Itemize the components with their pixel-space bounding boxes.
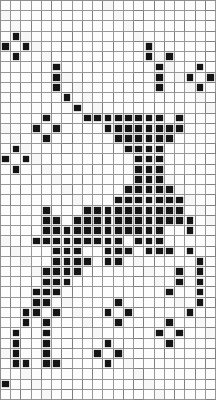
filled-stitch-cell	[103, 308, 113, 318]
filled-stitch-cell	[11, 165, 21, 175]
empty-grid-cell	[206, 175, 216, 185]
empty-grid-cell	[21, 32, 31, 42]
empty-grid-cell	[11, 114, 21, 124]
filled-stitch-cell	[196, 298, 206, 308]
empty-grid-cell	[185, 287, 195, 297]
filled-stitch-cell	[42, 359, 52, 369]
filled-stitch-cell	[42, 236, 52, 246]
empty-grid-cell	[11, 308, 21, 318]
empty-grid-cell	[21, 226, 31, 236]
empty-grid-cell	[206, 134, 216, 144]
empty-grid-cell	[83, 328, 93, 338]
empty-grid-cell	[21, 369, 31, 379]
empty-grid-cell	[93, 52, 103, 62]
empty-grid-cell	[62, 287, 72, 297]
empty-grid-cell	[62, 380, 72, 390]
empty-grid-cell	[124, 380, 134, 390]
empty-grid-cell	[83, 318, 93, 328]
empty-grid-cell	[155, 277, 165, 287]
empty-grid-cell	[11, 369, 21, 379]
empty-grid-cell	[206, 52, 216, 62]
empty-grid-cell	[32, 42, 42, 52]
empty-grid-cell	[42, 83, 52, 93]
empty-grid-cell	[62, 103, 72, 113]
empty-grid-cell	[206, 62, 216, 72]
filled-stitch-cell	[42, 114, 52, 124]
filled-stitch-cell	[114, 247, 124, 257]
empty-grid-cell	[134, 277, 144, 287]
empty-grid-cell	[21, 11, 31, 21]
empty-grid-cell	[73, 11, 83, 21]
empty-grid-cell	[103, 73, 113, 83]
empty-grid-cell	[155, 359, 165, 369]
empty-grid-cell	[62, 11, 72, 21]
empty-grid-cell	[185, 318, 195, 328]
filled-stitch-cell	[103, 124, 113, 134]
empty-grid-cell	[155, 380, 165, 390]
empty-grid-cell	[206, 390, 216, 400]
filled-stitch-cell	[62, 236, 72, 246]
empty-grid-cell	[1, 144, 11, 154]
empty-grid-cell	[52, 52, 62, 62]
empty-grid-cell	[93, 144, 103, 154]
filled-stitch-cell	[134, 124, 144, 134]
empty-grid-cell	[42, 62, 52, 72]
filled-stitch-cell	[32, 287, 42, 297]
filled-stitch-cell	[42, 318, 52, 328]
empty-grid-cell	[114, 369, 124, 379]
empty-grid-cell	[1, 226, 11, 236]
filled-stitch-cell	[32, 236, 42, 246]
empty-grid-cell	[83, 349, 93, 359]
empty-grid-cell	[32, 62, 42, 72]
filled-stitch-cell	[144, 42, 154, 52]
empty-grid-cell	[196, 380, 206, 390]
empty-grid-cell	[134, 83, 144, 93]
empty-grid-cell	[155, 257, 165, 267]
filled-stitch-cell	[155, 124, 165, 134]
filled-stitch-cell	[73, 267, 83, 277]
empty-grid-cell	[144, 73, 154, 83]
empty-grid-cell	[124, 103, 134, 113]
empty-grid-cell	[124, 73, 134, 83]
empty-grid-cell	[196, 236, 206, 246]
empty-grid-cell	[73, 390, 83, 400]
empty-grid-cell	[73, 32, 83, 42]
filled-stitch-cell	[52, 216, 62, 226]
empty-grid-cell	[165, 11, 175, 21]
empty-grid-cell	[175, 11, 185, 21]
empty-grid-cell	[93, 185, 103, 195]
empty-grid-cell	[21, 144, 31, 154]
empty-grid-cell	[124, 32, 134, 42]
empty-grid-cell	[32, 103, 42, 113]
filled-stitch-cell	[165, 195, 175, 205]
filled-stitch-cell	[155, 328, 165, 338]
empty-grid-cell	[83, 298, 93, 308]
empty-grid-cell	[175, 175, 185, 185]
empty-grid-cell	[196, 21, 206, 31]
empty-grid-cell	[21, 216, 31, 226]
empty-grid-cell	[196, 73, 206, 83]
empty-grid-cell	[103, 42, 113, 52]
empty-grid-cell	[52, 93, 62, 103]
filled-stitch-cell	[52, 83, 62, 93]
empty-grid-cell	[185, 390, 195, 400]
filled-stitch-cell	[73, 103, 83, 113]
empty-grid-cell	[52, 165, 62, 175]
empty-grid-cell	[62, 124, 72, 134]
empty-grid-cell	[185, 349, 195, 359]
filled-stitch-cell	[134, 206, 144, 216]
empty-grid-cell	[114, 21, 124, 31]
filled-stitch-cell	[155, 165, 165, 175]
empty-grid-cell	[103, 21, 113, 31]
empty-grid-cell	[42, 21, 52, 31]
empty-grid-cell	[103, 52, 113, 62]
empty-grid-cell	[134, 93, 144, 103]
empty-grid-cell	[206, 277, 216, 287]
empty-grid-cell	[185, 32, 195, 42]
filled-stitch-cell	[21, 154, 31, 164]
empty-grid-cell	[165, 1, 175, 11]
empty-grid-cell	[196, 144, 206, 154]
empty-grid-cell	[185, 42, 195, 52]
empty-grid-cell	[103, 134, 113, 144]
filled-stitch-cell	[52, 226, 62, 236]
empty-grid-cell	[52, 21, 62, 31]
filled-stitch-cell	[144, 185, 154, 195]
empty-grid-cell	[93, 318, 103, 328]
empty-grid-cell	[62, 52, 72, 62]
empty-grid-cell	[134, 42, 144, 52]
filled-stitch-cell	[114, 216, 124, 226]
empty-grid-cell	[124, 236, 134, 246]
empty-grid-cell	[144, 339, 154, 349]
empty-grid-cell	[83, 32, 93, 42]
filled-stitch-cell	[83, 216, 93, 226]
filled-stitch-cell	[32, 298, 42, 308]
empty-grid-cell	[103, 369, 113, 379]
empty-grid-cell	[206, 103, 216, 113]
empty-grid-cell	[52, 154, 62, 164]
empty-grid-cell	[1, 11, 11, 21]
empty-grid-cell	[32, 390, 42, 400]
filled-stitch-cell	[32, 124, 42, 134]
empty-grid-cell	[83, 359, 93, 369]
empty-grid-cell	[175, 42, 185, 52]
empty-grid-cell	[83, 154, 93, 164]
filled-stitch-cell	[103, 339, 113, 349]
filled-stitch-cell	[124, 308, 134, 318]
empty-grid-cell	[42, 257, 52, 267]
empty-grid-cell	[185, 277, 195, 287]
filled-stitch-cell	[103, 226, 113, 236]
empty-grid-cell	[103, 287, 113, 297]
empty-grid-cell	[1, 390, 11, 400]
empty-grid-cell	[155, 308, 165, 318]
empty-grid-cell	[21, 328, 31, 338]
empty-grid-cell	[32, 195, 42, 205]
empty-grid-cell	[175, 380, 185, 390]
empty-grid-cell	[32, 206, 42, 216]
empty-grid-cell	[165, 93, 175, 103]
empty-grid-cell	[11, 1, 21, 11]
empty-grid-cell	[93, 359, 103, 369]
empty-grid-cell	[11, 21, 21, 31]
empty-grid-cell	[11, 175, 21, 185]
empty-grid-cell	[196, 124, 206, 134]
empty-grid-cell	[83, 21, 93, 31]
empty-grid-cell	[155, 349, 165, 359]
empty-grid-cell	[52, 144, 62, 154]
empty-grid-cell	[175, 73, 185, 83]
empty-grid-cell	[175, 134, 185, 144]
filled-stitch-cell	[21, 359, 31, 369]
empty-grid-cell	[52, 114, 62, 124]
empty-grid-cell	[114, 42, 124, 52]
empty-grid-cell	[1, 21, 11, 31]
empty-grid-cell	[52, 298, 62, 308]
filled-stitch-cell	[155, 236, 165, 246]
empty-grid-cell	[134, 257, 144, 267]
empty-grid-cell	[206, 165, 216, 175]
pattern-chart	[0, 0, 216, 400]
empty-grid-cell	[21, 62, 31, 72]
empty-grid-cell	[1, 277, 11, 287]
empty-grid-cell	[144, 21, 154, 31]
empty-grid-cell	[73, 154, 83, 164]
empty-grid-cell	[42, 308, 52, 318]
empty-grid-cell	[134, 1, 144, 11]
filled-stitch-cell	[103, 216, 113, 226]
empty-grid-cell	[1, 62, 11, 72]
filled-stitch-cell	[52, 359, 62, 369]
empty-grid-cell	[155, 318, 165, 328]
empty-grid-cell	[134, 21, 144, 31]
empty-grid-cell	[165, 62, 175, 72]
empty-grid-cell	[103, 32, 113, 42]
empty-grid-cell	[42, 390, 52, 400]
filled-stitch-cell	[11, 328, 21, 338]
empty-grid-cell	[185, 114, 195, 124]
empty-grid-cell	[185, 328, 195, 338]
empty-grid-cell	[62, 134, 72, 144]
empty-grid-cell	[32, 73, 42, 83]
empty-grid-cell	[124, 21, 134, 31]
empty-grid-cell	[175, 62, 185, 72]
empty-grid-cell	[144, 103, 154, 113]
empty-grid-cell	[52, 11, 62, 21]
filled-stitch-cell	[73, 216, 83, 226]
empty-grid-cell	[1, 247, 11, 257]
empty-grid-cell	[103, 62, 113, 72]
empty-grid-cell	[165, 21, 175, 31]
empty-grid-cell	[175, 93, 185, 103]
empty-grid-cell	[21, 165, 31, 175]
empty-grid-cell	[21, 257, 31, 267]
empty-grid-cell	[134, 287, 144, 297]
empty-grid-cell	[32, 216, 42, 226]
filled-stitch-cell	[155, 195, 165, 205]
empty-grid-cell	[155, 390, 165, 400]
empty-grid-cell	[206, 1, 216, 11]
filled-stitch-cell	[144, 175, 154, 185]
empty-grid-cell	[73, 298, 83, 308]
empty-grid-cell	[73, 114, 83, 124]
filled-stitch-cell	[114, 124, 124, 134]
empty-grid-cell	[52, 1, 62, 11]
filled-stitch-cell	[144, 247, 154, 257]
empty-grid-cell	[196, 114, 206, 124]
empty-grid-cell	[185, 298, 195, 308]
filled-stitch-cell	[165, 216, 175, 226]
filled-stitch-cell	[21, 318, 31, 328]
empty-grid-cell	[73, 165, 83, 175]
empty-grid-cell	[93, 380, 103, 390]
empty-grid-cell	[165, 390, 175, 400]
empty-grid-cell	[144, 308, 154, 318]
empty-grid-cell	[11, 257, 21, 267]
empty-grid-cell	[185, 83, 195, 93]
filled-stitch-cell	[124, 247, 134, 257]
empty-grid-cell	[21, 267, 31, 277]
empty-grid-cell	[73, 349, 83, 359]
empty-grid-cell	[11, 62, 21, 72]
empty-grid-cell	[32, 247, 42, 257]
empty-grid-cell	[165, 308, 175, 318]
empty-grid-cell	[134, 369, 144, 379]
empty-grid-cell	[83, 267, 93, 277]
filled-stitch-cell	[52, 287, 62, 297]
empty-grid-cell	[196, 175, 206, 185]
empty-grid-cell	[103, 93, 113, 103]
empty-grid-cell	[175, 247, 185, 257]
empty-grid-cell	[206, 83, 216, 93]
filled-stitch-cell	[165, 318, 175, 328]
empty-grid-cell	[175, 103, 185, 113]
empty-grid-cell	[114, 144, 124, 154]
empty-grid-cell	[114, 52, 124, 62]
empty-grid-cell	[73, 380, 83, 390]
filled-stitch-cell	[134, 144, 144, 154]
empty-grid-cell	[21, 175, 31, 185]
filled-stitch-cell	[134, 185, 144, 195]
empty-grid-cell	[1, 318, 11, 328]
empty-grid-cell	[175, 339, 185, 349]
empty-grid-cell	[52, 339, 62, 349]
filled-stitch-cell	[144, 114, 154, 124]
filled-stitch-cell	[134, 195, 144, 205]
empty-grid-cell	[206, 339, 216, 349]
filled-stitch-cell	[185, 73, 195, 83]
empty-grid-cell	[165, 267, 175, 277]
empty-grid-cell	[1, 103, 11, 113]
empty-grid-cell	[83, 73, 93, 83]
empty-grid-cell	[144, 369, 154, 379]
empty-grid-cell	[32, 349, 42, 359]
empty-grid-cell	[165, 73, 175, 83]
empty-grid-cell	[124, 369, 134, 379]
empty-grid-cell	[73, 1, 83, 11]
empty-grid-cell	[11, 226, 21, 236]
empty-grid-cell	[114, 73, 124, 83]
empty-grid-cell	[52, 328, 62, 338]
filled-stitch-cell	[42, 328, 52, 338]
empty-grid-cell	[144, 257, 154, 267]
empty-grid-cell	[62, 165, 72, 175]
empty-grid-cell	[144, 318, 154, 328]
empty-grid-cell	[103, 195, 113, 205]
empty-grid-cell	[52, 318, 62, 328]
empty-grid-cell	[103, 380, 113, 390]
empty-grid-cell	[1, 52, 11, 62]
empty-grid-cell	[206, 257, 216, 267]
empty-grid-cell	[175, 236, 185, 246]
empty-grid-cell	[1, 298, 11, 308]
empty-grid-cell	[185, 11, 195, 21]
empty-grid-cell	[134, 390, 144, 400]
filled-stitch-cell	[175, 114, 185, 124]
empty-grid-cell	[73, 339, 83, 349]
empty-grid-cell	[73, 144, 83, 154]
empty-grid-cell	[83, 62, 93, 72]
empty-grid-cell	[124, 42, 134, 52]
empty-grid-cell	[124, 359, 134, 369]
empty-grid-cell	[114, 93, 124, 103]
empty-grid-cell	[1, 1, 11, 11]
filled-stitch-cell	[134, 236, 144, 246]
empty-grid-cell	[206, 21, 216, 31]
empty-grid-cell	[11, 103, 21, 113]
filled-stitch-cell	[134, 226, 144, 236]
empty-grid-cell	[1, 287, 11, 297]
empty-grid-cell	[21, 349, 31, 359]
empty-grid-cell	[196, 339, 206, 349]
empty-grid-cell	[93, 390, 103, 400]
empty-grid-cell	[165, 369, 175, 379]
empty-grid-cell	[155, 298, 165, 308]
filled-stitch-cell	[134, 134, 144, 144]
empty-grid-cell	[21, 52, 31, 62]
empty-grid-cell	[21, 134, 31, 144]
empty-grid-cell	[73, 124, 83, 134]
filled-stitch-cell	[42, 277, 52, 287]
empty-grid-cell	[93, 175, 103, 185]
empty-grid-cell	[11, 380, 21, 390]
filled-stitch-cell	[52, 267, 62, 277]
empty-grid-cell	[196, 52, 206, 62]
empty-grid-cell	[185, 359, 195, 369]
empty-grid-cell	[11, 124, 21, 134]
empty-grid-cell	[83, 144, 93, 154]
empty-grid-cell	[103, 390, 113, 400]
empty-grid-cell	[165, 226, 175, 236]
empty-grid-cell	[134, 298, 144, 308]
filled-stitch-cell	[83, 206, 93, 216]
empty-grid-cell	[134, 247, 144, 257]
empty-grid-cell	[1, 359, 11, 369]
filled-stitch-cell	[114, 257, 124, 267]
filled-stitch-cell	[155, 114, 165, 124]
empty-grid-cell	[93, 124, 103, 134]
empty-grid-cell	[175, 21, 185, 31]
empty-grid-cell	[103, 267, 113, 277]
empty-grid-cell	[73, 93, 83, 103]
empty-grid-cell	[134, 32, 144, 42]
filled-stitch-cell	[175, 206, 185, 216]
empty-grid-cell	[52, 195, 62, 205]
